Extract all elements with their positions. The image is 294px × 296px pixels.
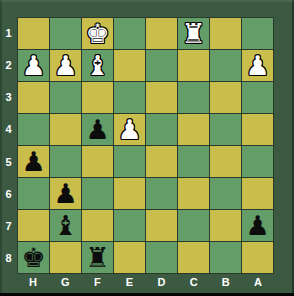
black-pawn-f4[interactable]: ♟ xyxy=(82,114,113,145)
square-h4[interactable] xyxy=(18,114,49,145)
square-h5[interactable]: ♟ xyxy=(18,146,49,177)
square-b8[interactable] xyxy=(210,242,241,273)
square-b5[interactable] xyxy=(210,146,241,177)
square-h7[interactable] xyxy=(18,210,49,241)
rank-label-4: 4 xyxy=(0,113,17,145)
file-label-a: A xyxy=(242,274,274,293)
square-h6[interactable] xyxy=(18,178,49,209)
square-c7[interactable] xyxy=(178,210,209,241)
white-rook-c1[interactable]: ♜ xyxy=(178,18,209,49)
black-pawn-g6[interactable]: ♟ xyxy=(50,178,81,209)
black-king-h8[interactable]: ♚ xyxy=(18,242,49,273)
square-a5[interactable] xyxy=(242,146,273,177)
square-a7[interactable]: ♟ xyxy=(242,210,273,241)
black-pawn-h5[interactable]: ♟ xyxy=(18,146,49,177)
square-d5[interactable] xyxy=(146,146,177,177)
square-a1[interactable] xyxy=(242,18,273,49)
square-g2[interactable]: ♟ xyxy=(50,50,81,81)
square-a3[interactable] xyxy=(242,82,273,113)
square-g6[interactable]: ♟ xyxy=(50,178,81,209)
square-f5[interactable] xyxy=(82,146,113,177)
square-c6[interactable] xyxy=(178,178,209,209)
white-pawn-h2[interactable]: ♟ xyxy=(18,50,49,81)
rank-label-6: 6 xyxy=(0,178,17,210)
square-c5[interactable] xyxy=(178,146,209,177)
file-label-b: B xyxy=(210,274,242,293)
black-bishop-g7[interactable]: ♝ xyxy=(50,210,81,241)
rank-label-8: 8 xyxy=(0,242,17,274)
square-d1[interactable] xyxy=(146,18,177,49)
square-b7[interactable] xyxy=(210,210,241,241)
square-b2[interactable] xyxy=(210,50,241,81)
square-h3[interactable] xyxy=(18,82,49,113)
square-d4[interactable] xyxy=(146,114,177,145)
rank-label-1: 1 xyxy=(0,17,17,49)
file-label-g: G xyxy=(49,274,81,293)
black-rook-f8[interactable]: ♜ xyxy=(82,242,113,273)
square-f4[interactable]: ♟ xyxy=(82,114,113,145)
square-e7[interactable] xyxy=(114,210,145,241)
white-pawn-a2[interactable]: ♟ xyxy=(242,50,273,81)
square-d6[interactable] xyxy=(146,178,177,209)
rank-label-5: 5 xyxy=(0,146,17,178)
square-f1[interactable]: ♚ xyxy=(82,18,113,49)
black-pawn-a7[interactable]: ♟ xyxy=(242,210,273,241)
white-bishop-f2[interactable]: ♝ xyxy=(82,50,113,81)
square-a2[interactable]: ♟ xyxy=(242,50,273,81)
file-label-h: H xyxy=(17,274,49,293)
square-c4[interactable] xyxy=(178,114,209,145)
square-d8[interactable] xyxy=(146,242,177,273)
chess-board-frame: 12345678 ♚♜♟♟♝♟♟♟♟♟♝♟♚♜ HGFEDCBA xyxy=(0,0,294,296)
square-g1[interactable] xyxy=(50,18,81,49)
square-g5[interactable] xyxy=(50,146,81,177)
square-f8[interactable]: ♜ xyxy=(82,242,113,273)
square-a4[interactable] xyxy=(242,114,273,145)
file-labels: HGFEDCBA xyxy=(17,274,274,293)
file-label-d: D xyxy=(146,274,178,293)
square-b3[interactable] xyxy=(210,82,241,113)
square-g4[interactable] xyxy=(50,114,81,145)
square-e5[interactable] xyxy=(114,146,145,177)
square-a6[interactable] xyxy=(242,178,273,209)
square-e3[interactable] xyxy=(114,82,145,113)
white-pawn-e4[interactable]: ♟ xyxy=(114,114,145,145)
square-d2[interactable] xyxy=(146,50,177,81)
square-a8[interactable] xyxy=(242,242,273,273)
square-h8[interactable]: ♚ xyxy=(18,242,49,273)
square-d3[interactable] xyxy=(146,82,177,113)
white-king-f1[interactable]: ♚ xyxy=(82,18,113,49)
square-e4[interactable]: ♟ xyxy=(114,114,145,145)
file-label-e: E xyxy=(113,274,145,293)
square-e1[interactable] xyxy=(114,18,145,49)
square-c8[interactable] xyxy=(178,242,209,273)
rank-label-2: 2 xyxy=(0,49,17,81)
file-label-c: C xyxy=(178,274,210,293)
square-h1[interactable] xyxy=(18,18,49,49)
square-e6[interactable] xyxy=(114,178,145,209)
square-e2[interactable] xyxy=(114,50,145,81)
square-f7[interactable] xyxy=(82,210,113,241)
square-c1[interactable]: ♜ xyxy=(178,18,209,49)
chess-board[interactable]: ♚♜♟♟♝♟♟♟♟♟♝♟♚♜ xyxy=(17,17,274,274)
square-c2[interactable] xyxy=(178,50,209,81)
white-pawn-g2[interactable]: ♟ xyxy=(50,50,81,81)
rank-label-3: 3 xyxy=(0,81,17,113)
square-d7[interactable] xyxy=(146,210,177,241)
rank-label-7: 7 xyxy=(0,210,17,242)
square-h2[interactable]: ♟ xyxy=(18,50,49,81)
square-f3[interactable] xyxy=(82,82,113,113)
file-label-f: F xyxy=(81,274,113,293)
square-g7[interactable]: ♝ xyxy=(50,210,81,241)
square-f6[interactable] xyxy=(82,178,113,209)
square-e8[interactable] xyxy=(114,242,145,273)
square-g3[interactable] xyxy=(50,82,81,113)
square-f2[interactable]: ♝ xyxy=(82,50,113,81)
rank-labels: 12345678 xyxy=(0,17,17,274)
square-b4[interactable] xyxy=(210,114,241,145)
square-c3[interactable] xyxy=(178,82,209,113)
square-g8[interactable] xyxy=(50,242,81,273)
square-b1[interactable] xyxy=(210,18,241,49)
square-b6[interactable] xyxy=(210,178,241,209)
